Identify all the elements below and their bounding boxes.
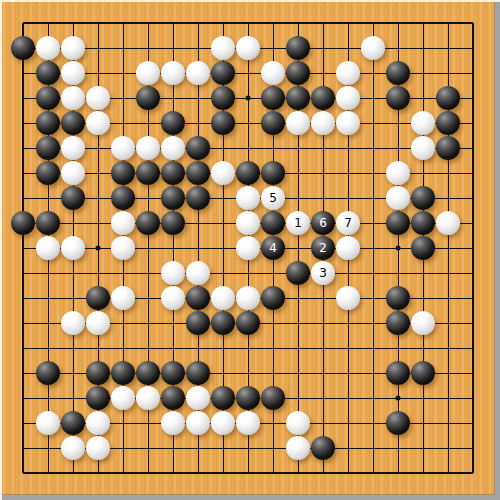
black-stone[interactable]	[136, 161, 160, 185]
black-stone[interactable]	[61, 186, 85, 210]
white-stone[interactable]	[86, 111, 110, 135]
white-stone[interactable]	[136, 61, 160, 85]
black-stone[interactable]	[86, 386, 110, 410]
black-stone[interactable]	[161, 186, 185, 210]
black-stone[interactable]	[211, 61, 235, 85]
white-stone[interactable]	[61, 86, 85, 110]
move-number-label: 1	[294, 217, 302, 229]
black-stone[interactable]	[111, 361, 135, 385]
black-stone[interactable]	[286, 261, 310, 285]
white-stone[interactable]	[61, 311, 85, 335]
black-stone[interactable]	[261, 211, 285, 235]
white-stone[interactable]	[236, 411, 260, 435]
black-stone[interactable]	[161, 161, 185, 185]
white-stone[interactable]	[211, 36, 235, 60]
white-stone[interactable]	[61, 61, 85, 85]
black-stone[interactable]	[186, 136, 210, 160]
white-stone[interactable]	[286, 436, 310, 460]
black-stone[interactable]	[286, 36, 310, 60]
white-stone[interactable]	[211, 411, 235, 435]
white-stone[interactable]	[386, 161, 410, 185]
black-stone[interactable]	[61, 111, 85, 135]
white-stone[interactable]	[111, 286, 135, 310]
white-stone[interactable]	[411, 136, 435, 160]
black-stone[interactable]	[436, 136, 460, 160]
white-stone[interactable]	[386, 186, 410, 210]
black-stone[interactable]	[11, 36, 35, 60]
white-stone[interactable]	[61, 136, 85, 160]
black-stone[interactable]	[436, 86, 460, 110]
white-stone[interactable]	[36, 411, 60, 435]
black-stone[interactable]	[261, 286, 285, 310]
white-stone[interactable]	[411, 111, 435, 135]
black-stone[interactable]	[161, 211, 185, 235]
black-stone[interactable]	[311, 86, 335, 110]
black-stone[interactable]	[311, 436, 335, 460]
white-stone[interactable]	[111, 236, 135, 260]
black-stone[interactable]	[161, 386, 185, 410]
black-stone[interactable]	[386, 286, 410, 310]
move-number-label: 7	[344, 217, 352, 229]
white-stone[interactable]	[236, 211, 260, 235]
black-stone[interactable]	[386, 86, 410, 110]
black-stone[interactable]	[36, 61, 60, 85]
star-point	[246, 96, 251, 101]
white-stone[interactable]	[211, 161, 235, 185]
black-stone[interactable]	[261, 86, 285, 110]
black-stone[interactable]	[286, 86, 310, 110]
white-stone-move-5[interactable]: 5	[261, 186, 285, 210]
black-stone[interactable]	[36, 361, 60, 385]
black-stone[interactable]	[61, 411, 85, 435]
white-stone[interactable]	[86, 436, 110, 460]
black-stone[interactable]	[186, 186, 210, 210]
white-stone[interactable]	[336, 236, 360, 260]
black-stone[interactable]	[211, 311, 235, 335]
black-stone[interactable]	[86, 361, 110, 385]
black-stone[interactable]	[36, 111, 60, 135]
move-number-label: 4	[269, 242, 277, 254]
white-stone[interactable]	[36, 236, 60, 260]
white-stone[interactable]	[411, 311, 435, 335]
black-stone[interactable]	[411, 361, 435, 385]
black-stone[interactable]	[36, 211, 60, 235]
black-stone[interactable]	[136, 86, 160, 110]
white-stone[interactable]	[336, 111, 360, 135]
black-stone[interactable]	[186, 311, 210, 335]
black-stone[interactable]	[36, 136, 60, 160]
white-stone[interactable]	[161, 261, 185, 285]
black-stone[interactable]	[261, 161, 285, 185]
white-stone[interactable]	[161, 411, 185, 435]
white-stone[interactable]	[361, 36, 385, 60]
black-stone[interactable]	[36, 161, 60, 185]
black-stone[interactable]	[161, 111, 185, 135]
black-stone[interactable]	[386, 211, 410, 235]
black-stone[interactable]	[411, 236, 435, 260]
black-stone[interactable]	[211, 386, 235, 410]
black-stone[interactable]	[286, 61, 310, 85]
move-number-label: 3	[319, 267, 327, 279]
black-stone[interactable]	[186, 286, 210, 310]
black-stone[interactable]	[161, 361, 185, 385]
white-stone[interactable]	[261, 61, 285, 85]
white-stone[interactable]	[211, 286, 235, 310]
white-stone[interactable]	[161, 61, 185, 85]
black-stone[interactable]	[111, 186, 135, 210]
white-stone[interactable]	[286, 411, 310, 435]
white-stone[interactable]	[436, 211, 460, 235]
black-stone-move-2[interactable]: 2	[311, 236, 335, 260]
move-number-label: 6	[319, 217, 327, 229]
black-stone[interactable]	[436, 111, 460, 135]
star-point	[396, 396, 401, 401]
black-stone[interactable]	[411, 186, 435, 210]
black-stone-move-6[interactable]: 6	[311, 211, 335, 235]
white-stone[interactable]	[86, 411, 110, 435]
white-stone[interactable]	[111, 386, 135, 410]
go-board[interactable]: 5167423	[0, 0, 500, 500]
white-stone[interactable]	[61, 436, 85, 460]
move-number-label: 5	[269, 192, 277, 204]
black-stone[interactable]	[386, 411, 410, 435]
black-stone[interactable]	[186, 161, 210, 185]
black-stone[interactable]	[261, 386, 285, 410]
black-stone[interactable]	[136, 361, 160, 385]
black-stone[interactable]	[211, 111, 235, 135]
white-stone[interactable]	[311, 111, 335, 135]
white-stone[interactable]	[186, 61, 210, 85]
black-stone[interactable]	[11, 211, 35, 235]
black-stone[interactable]	[211, 86, 235, 110]
white-stone[interactable]	[136, 136, 160, 160]
white-stone[interactable]	[161, 136, 185, 160]
white-stone[interactable]	[61, 236, 85, 260]
white-stone[interactable]	[61, 161, 85, 185]
white-stone[interactable]	[336, 61, 360, 85]
white-stone[interactable]	[286, 111, 310, 135]
black-stone[interactable]	[386, 361, 410, 385]
white-stone[interactable]	[86, 86, 110, 110]
white-stone[interactable]	[336, 86, 360, 110]
white-stone[interactable]	[186, 261, 210, 285]
white-stone[interactable]	[111, 136, 135, 160]
white-stone[interactable]	[161, 286, 185, 310]
black-stone[interactable]	[36, 86, 60, 110]
white-stone-move-3[interactable]: 3	[311, 261, 335, 285]
black-stone[interactable]	[261, 111, 285, 135]
white-stone[interactable]	[86, 311, 110, 335]
black-stone[interactable]	[386, 61, 410, 85]
white-stone[interactable]	[186, 411, 210, 435]
white-stone[interactable]	[336, 286, 360, 310]
white-stone[interactable]	[186, 386, 210, 410]
black-stone[interactable]	[136, 211, 160, 235]
star-point	[396, 246, 401, 251]
white-stone[interactable]	[61, 36, 85, 60]
black-stone[interactable]	[86, 286, 110, 310]
white-stone-move-7[interactable]: 7	[336, 211, 360, 235]
white-stone-move-1[interactable]: 1	[286, 211, 310, 235]
black-stone[interactable]	[111, 161, 135, 185]
black-stone[interactable]	[236, 161, 260, 185]
move-number-label: 2	[319, 242, 327, 254]
star-point	[96, 246, 101, 251]
white-stone[interactable]	[236, 286, 260, 310]
white-stone[interactable]	[136, 386, 160, 410]
black-stone-move-4[interactable]: 4	[261, 236, 285, 260]
black-stone[interactable]	[386, 311, 410, 335]
white-stone[interactable]	[36, 36, 60, 60]
white-stone[interactable]	[236, 36, 260, 60]
black-stone[interactable]	[236, 386, 260, 410]
white-stone[interactable]	[236, 186, 260, 210]
black-stone[interactable]	[236, 311, 260, 335]
white-stone[interactable]	[236, 236, 260, 260]
black-stone[interactable]	[411, 211, 435, 235]
white-stone[interactable]	[111, 211, 135, 235]
black-stone[interactable]	[186, 361, 210, 385]
